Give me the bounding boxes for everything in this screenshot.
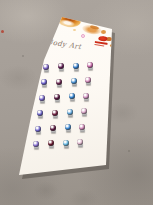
silver-setting bbox=[74, 67, 79, 71]
gem-stud bbox=[77, 139, 84, 147]
gem-stud bbox=[54, 94, 61, 102]
gem-stud bbox=[43, 64, 50, 72]
watercolor-dot bbox=[96, 19, 102, 23]
gem bbox=[71, 78, 77, 84]
watercolor-blob bbox=[54, 9, 83, 29]
gem-stud bbox=[39, 95, 46, 103]
silver-setting bbox=[51, 129, 56, 133]
red-logo-text-line bbox=[94, 44, 104, 47]
silver-setting bbox=[88, 66, 93, 70]
background-speck bbox=[22, 55, 24, 57]
watercolor-dot bbox=[101, 30, 106, 34]
silver-setting bbox=[53, 114, 58, 118]
silver-setting bbox=[36, 130, 41, 134]
silver-setting bbox=[59, 67, 64, 71]
gem-stud bbox=[48, 140, 55, 148]
gem-stud bbox=[85, 77, 92, 85]
gem-stud bbox=[41, 79, 48, 87]
gem-stud bbox=[52, 110, 59, 118]
silver-setting bbox=[64, 144, 69, 148]
silver-setting bbox=[57, 83, 62, 87]
red-logo bbox=[94, 35, 108, 47]
gem bbox=[87, 62, 93, 68]
gem bbox=[77, 139, 83, 145]
gem bbox=[54, 94, 60, 100]
silver-setting bbox=[38, 114, 43, 118]
gem bbox=[63, 140, 69, 146]
watercolor-dot bbox=[73, 29, 76, 31]
red-stamp-mark bbox=[48, 30, 54, 37]
silver-setting bbox=[49, 144, 54, 148]
gem-stud bbox=[71, 78, 78, 86]
gem-stud bbox=[65, 124, 72, 132]
gem bbox=[73, 63, 79, 69]
photo-scene: Body Art bbox=[0, 0, 153, 205]
silver-setting bbox=[72, 82, 77, 86]
gem bbox=[81, 108, 87, 114]
gem-stud bbox=[73, 63, 80, 71]
gem bbox=[50, 125, 56, 131]
gem bbox=[39, 95, 45, 101]
gem-stud bbox=[37, 110, 44, 118]
gem bbox=[79, 124, 85, 130]
gem-stud bbox=[56, 79, 63, 87]
gem-stud bbox=[69, 93, 76, 101]
silver-setting bbox=[44, 68, 49, 72]
silver-setting bbox=[40, 99, 45, 103]
brand-title: Body Art bbox=[47, 38, 88, 52]
gem-stud bbox=[33, 141, 40, 149]
gem bbox=[35, 126, 41, 132]
gem bbox=[58, 63, 64, 69]
gem bbox=[85, 77, 91, 83]
gem bbox=[52, 110, 58, 116]
silver-setting bbox=[82, 112, 87, 116]
silver-setting bbox=[42, 83, 47, 87]
product-card: Body Art bbox=[0, 0, 153, 205]
gem-stud bbox=[58, 63, 65, 71]
background-speck bbox=[128, 150, 130, 152]
watercolor-dot bbox=[88, 16, 91, 19]
gem bbox=[41, 79, 47, 85]
silver-setting bbox=[84, 97, 89, 101]
gem bbox=[37, 110, 43, 116]
gem-stud bbox=[50, 125, 57, 133]
gem bbox=[83, 93, 89, 99]
silver-setting bbox=[68, 113, 73, 117]
gem bbox=[33, 141, 39, 147]
gem bbox=[48, 140, 54, 146]
silver-setting bbox=[78, 143, 83, 147]
background-speck bbox=[1, 30, 4, 33]
red-logo-text-line bbox=[95, 41, 108, 45]
silver-setting bbox=[86, 81, 91, 85]
watercolor-stroke bbox=[90, 25, 99, 30]
silver-setting bbox=[66, 128, 71, 132]
gem-stud bbox=[79, 124, 86, 132]
silver-setting bbox=[34, 145, 39, 149]
gem-stud bbox=[35, 126, 42, 134]
gem bbox=[56, 79, 62, 85]
gem bbox=[43, 64, 49, 70]
silver-setting bbox=[80, 128, 85, 132]
gem-stud bbox=[81, 108, 88, 116]
gem-stud bbox=[67, 109, 74, 117]
watercolor-highlight bbox=[60, 19, 76, 28]
gem bbox=[65, 124, 71, 130]
silver-setting bbox=[55, 98, 60, 102]
gem bbox=[67, 109, 73, 115]
gem bbox=[69, 93, 75, 99]
watercolor-stroke bbox=[81, 23, 102, 35]
gem-stud bbox=[87, 62, 94, 70]
gem-stud bbox=[83, 93, 90, 101]
silver-setting bbox=[70, 97, 75, 101]
watercolor-dot bbox=[106, 37, 112, 41]
gem-stud bbox=[63, 140, 70, 148]
pink-flower-dot bbox=[81, 34, 85, 38]
red-logo-icon bbox=[98, 36, 108, 42]
